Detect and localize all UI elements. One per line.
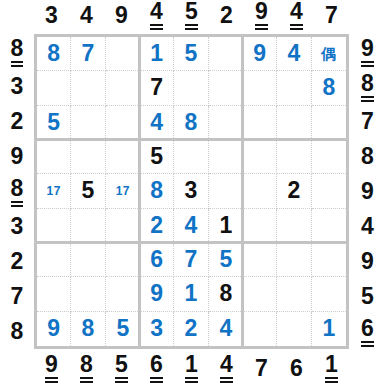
cell-r1c2[interactable]: 7 (71, 37, 105, 71)
digit: 8 (82, 317, 95, 340)
clue-bottom-6: 4 (209, 349, 244, 386)
clue-left-6-value: 3 (11, 215, 24, 238)
cell-r3c6[interactable] (209, 106, 243, 140)
clue-right-4: 8 (349, 139, 386, 174)
digit: 4 (150, 111, 163, 134)
cell-r1c6[interactable] (209, 37, 243, 71)
cell-r3c5[interactable]: 8 (174, 106, 208, 140)
clue-top-8: 4 (279, 0, 314, 35)
cell-r3c2[interactable] (71, 106, 105, 140)
cell-r5c1[interactable]: 17 (37, 174, 71, 208)
cell-r4c9[interactable] (312, 140, 346, 174)
pencil-marks: 17 (46, 185, 60, 197)
clue-top-1: 3 (34, 0, 69, 35)
top-clue-strip: 349452947 (34, 0, 349, 34)
cell-r9c1[interactable]: 9 (37, 312, 71, 346)
cell-r9c9[interactable]: 1 (312, 312, 346, 346)
cell-r8c2[interactable] (71, 277, 105, 311)
cell-r5c7[interactable] (243, 174, 277, 208)
digit: 6 (150, 248, 163, 271)
digit: 7 (82, 42, 95, 65)
clue-left-7-value: 2 (11, 250, 24, 273)
clue-bottom-4-value: 6 (150, 353, 163, 383)
cell-r8c7[interactable] (243, 277, 277, 311)
clue-left-2-value: 3 (11, 75, 24, 98)
cell-r8c5[interactable]: 1 (174, 277, 208, 311)
cell-r5c6[interactable] (209, 174, 243, 208)
cell-r8c6[interactable]: 8 (209, 277, 243, 311)
cell-r3c3[interactable] (106, 106, 140, 140)
digit: 1 (322, 317, 335, 340)
clue-top-4-value: 4 (150, 0, 163, 30)
clue-right-6-value: 4 (361, 215, 374, 238)
cell-r9c7[interactable] (243, 312, 277, 346)
clue-right-7: 9 (349, 244, 386, 279)
cell-r2c1[interactable] (37, 71, 71, 105)
left-clue-strip: 832983278 (0, 34, 34, 349)
clue-right-8-value: 5 (361, 285, 374, 308)
digit: 8 (150, 179, 163, 202)
clue-bottom-5: 1 (174, 349, 209, 386)
cell-r1c4[interactable]: 1 (140, 37, 174, 71)
digit: 3 (185, 179, 198, 202)
clue-right-7-value: 9 (361, 250, 374, 273)
digit: 8 (185, 111, 198, 134)
clue-right-8: 5 (349, 279, 386, 314)
clue-right-9: 6 (349, 314, 386, 349)
cell-r8c9[interactable] (312, 277, 346, 311)
clue-bottom-8: 6 (279, 349, 314, 386)
clue-top-3-value: 9 (115, 4, 128, 27)
cell-r6c9[interactable] (312, 209, 346, 243)
cell-r3c8[interactable] (277, 106, 311, 140)
cell-r2c7[interactable] (243, 71, 277, 105)
cell-r7c1[interactable] (37, 243, 71, 277)
digit: 8 (322, 76, 335, 99)
clue-left-1: 8 (0, 34, 34, 69)
even-marker: 偶 (321, 46, 336, 61)
cell-r3c9[interactable] (312, 106, 346, 140)
clue-left-4: 9 (0, 139, 34, 174)
digit: 4 (288, 42, 301, 65)
cell-r1c5[interactable]: 5 (174, 37, 208, 71)
cell-r3c7[interactable] (243, 106, 277, 140)
bottom-clue-strip: 985614761 (34, 349, 349, 386)
clue-right-1-value: 9 (361, 37, 374, 67)
cell-r1c7[interactable]: 9 (243, 37, 277, 71)
pencil-marks: 17 (116, 185, 130, 197)
cell-r7c4[interactable]: 6 (140, 243, 174, 277)
clue-top-7-value: 9 (255, 0, 268, 30)
clue-right-2: 8 (349, 69, 386, 104)
cell-r7c6[interactable]: 5 (209, 243, 243, 277)
clue-left-4-value: 9 (11, 145, 24, 168)
clue-top-2: 4 (69, 0, 104, 35)
clue-left-6: 3 (0, 209, 34, 244)
cell-r4c2[interactable] (71, 140, 105, 174)
digit: 7 (185, 248, 198, 271)
cell-r4c7[interactable] (243, 140, 277, 174)
clue-bottom-1-value: 9 (45, 353, 58, 383)
clue-top-8-value: 4 (290, 0, 303, 30)
clue-right-5: 9 (349, 174, 386, 209)
clue-bottom-3-value: 5 (115, 353, 128, 383)
clue-top-5: 5 (174, 0, 209, 35)
cell-r2c4[interactable]: 7 (140, 71, 174, 105)
clue-top-2-value: 4 (80, 4, 93, 27)
clue-bottom-2: 8 (69, 349, 104, 386)
cell-r5c2[interactable]: 5 (71, 174, 105, 208)
cell-r4c5[interactable] (174, 140, 208, 174)
clue-right-3: 7 (349, 104, 386, 139)
clue-top-6: 2 (209, 0, 244, 35)
cell-r4c3[interactable] (106, 140, 140, 174)
cell-r8c4[interactable]: 9 (140, 277, 174, 311)
clue-left-3: 2 (0, 104, 34, 139)
digit: 4 (185, 214, 198, 237)
clue-bottom-7-value: 7 (255, 357, 268, 380)
digit: 5 (185, 42, 198, 65)
digit: 2 (150, 214, 163, 237)
cell-r7c3[interactable] (106, 243, 140, 277)
clue-left-1-value: 8 (11, 37, 24, 67)
digit: 5 (150, 145, 163, 168)
cell-r7c9[interactable] (312, 243, 346, 277)
cell-r2c2[interactable] (71, 71, 105, 105)
cell-r1c3[interactable] (106, 37, 140, 71)
clue-top-5-value: 5 (185, 0, 198, 30)
cell-r3c4[interactable]: 4 (140, 106, 174, 140)
cell-r6c7[interactable] (243, 209, 277, 243)
cell-r5c3[interactable]: 17 (106, 174, 140, 208)
clue-left-5: 8 (0, 174, 34, 209)
cell-r6c6[interactable]: 1 (209, 209, 243, 243)
cell-r9c3[interactable]: 5 (106, 312, 140, 346)
clue-bottom-7: 7 (244, 349, 279, 386)
digit: 1 (185, 282, 198, 305)
cell-r5c4[interactable]: 8 (140, 174, 174, 208)
cell-grid: 871594偶785485175178322416759189853241 (37, 37, 346, 346)
digit: 1 (219, 214, 232, 237)
digit: 2 (288, 179, 301, 202)
digit: 3 (150, 317, 163, 340)
clue-left-5-value: 8 (11, 177, 24, 207)
clue-top-3: 9 (104, 0, 139, 35)
clue-left-9-value: 8 (11, 320, 24, 343)
sudoku-app: 349452947 832983278 987894956 985614761 … (0, 0, 386, 386)
cell-r7c2[interactable] (71, 243, 105, 277)
clue-bottom-1: 9 (34, 349, 69, 386)
cell-r9c6[interactable]: 4 (209, 312, 243, 346)
cell-r9c5[interactable]: 2 (174, 312, 208, 346)
clue-bottom-4: 6 (139, 349, 174, 386)
cell-r4c1[interactable] (37, 140, 71, 174)
digit: 8 (47, 42, 60, 65)
clue-right-4-value: 8 (361, 145, 374, 168)
digit: 9 (47, 317, 60, 340)
cell-r8c1[interactable] (37, 277, 71, 311)
clue-right-1: 9 (349, 34, 386, 69)
cell-r6c8[interactable] (277, 209, 311, 243)
clue-left-7: 2 (0, 244, 34, 279)
cell-r1c9[interactable]: 偶 (312, 37, 346, 71)
clue-top-9: 7 (314, 0, 349, 35)
cell-r2c6[interactable] (209, 71, 243, 105)
digit: 2 (185, 317, 198, 340)
digit: 7 (150, 76, 163, 99)
digit: 5 (82, 179, 95, 202)
clue-top-1-value: 3 (45, 4, 58, 27)
cell-r5c9[interactable] (312, 174, 346, 208)
digit: 1 (150, 42, 163, 65)
clue-top-6-value: 2 (220, 4, 233, 27)
cell-r7c7[interactable] (243, 243, 277, 277)
cell-r1c1[interactable]: 8 (37, 37, 71, 71)
cell-r2c9[interactable]: 8 (312, 71, 346, 105)
digit: 9 (150, 282, 163, 305)
clue-right-3-value: 7 (361, 110, 374, 133)
cell-r9c8[interactable] (277, 312, 311, 346)
cell-r6c4[interactable]: 2 (140, 209, 174, 243)
cell-r7c8[interactable] (277, 243, 311, 277)
cell-r8c3[interactable] (106, 277, 140, 311)
clue-left-8: 7 (0, 279, 34, 314)
clue-left-8-value: 7 (11, 285, 24, 308)
cell-r4c8[interactable] (277, 140, 311, 174)
cell-r6c5[interactable]: 4 (174, 209, 208, 243)
clue-bottom-3: 5 (104, 349, 139, 386)
cell-r1c8[interactable]: 4 (277, 37, 311, 71)
cell-r9c2[interactable]: 8 (71, 312, 105, 346)
clue-top-4: 4 (139, 0, 174, 35)
cell-r5c5[interactable]: 3 (174, 174, 208, 208)
cell-r2c5[interactable] (174, 71, 208, 105)
cell-r8c8[interactable] (277, 277, 311, 311)
digit: 4 (219, 317, 232, 340)
cell-r5c8[interactable]: 2 (277, 174, 311, 208)
digit: 8 (219, 282, 232, 305)
digit: 5 (47, 111, 60, 134)
sudoku-board: 871594偶785485175178322416759189853241 (34, 34, 349, 349)
cell-r6c2[interactable] (71, 209, 105, 243)
clue-left-3-value: 2 (11, 110, 24, 133)
digit: 5 (116, 317, 129, 340)
clue-top-7: 9 (244, 0, 279, 35)
cell-r7c5[interactable]: 7 (174, 243, 208, 277)
clue-bottom-8-value: 6 (290, 357, 303, 380)
cell-r6c1[interactable] (37, 209, 71, 243)
clue-left-2: 3 (0, 69, 34, 104)
cell-r2c8[interactable] (277, 71, 311, 105)
clue-bottom-9-value: 1 (325, 353, 338, 383)
right-clue-strip: 987894956 (349, 34, 386, 349)
clue-left-9: 8 (0, 314, 34, 349)
cell-r4c4[interactable]: 5 (140, 140, 174, 174)
clue-right-9-value: 6 (361, 317, 374, 347)
clue-bottom-2-value: 8 (80, 353, 93, 383)
clue-top-9-value: 7 (325, 4, 338, 27)
digit: 5 (219, 248, 232, 271)
clue-bottom-6-value: 4 (220, 353, 233, 383)
clue-bottom-9: 1 (314, 349, 349, 386)
cell-r9c4[interactable]: 3 (140, 312, 174, 346)
cell-r6c3[interactable] (106, 209, 140, 243)
clue-right-6: 4 (349, 209, 386, 244)
clue-bottom-5-value: 1 (185, 353, 198, 383)
digit: 9 (253, 42, 266, 65)
cell-r3c1[interactable]: 5 (37, 106, 71, 140)
clue-right-2-value: 8 (361, 72, 374, 102)
cell-r2c3[interactable] (106, 71, 140, 105)
cell-r4c6[interactable] (209, 140, 243, 174)
clue-right-5-value: 9 (361, 180, 374, 203)
